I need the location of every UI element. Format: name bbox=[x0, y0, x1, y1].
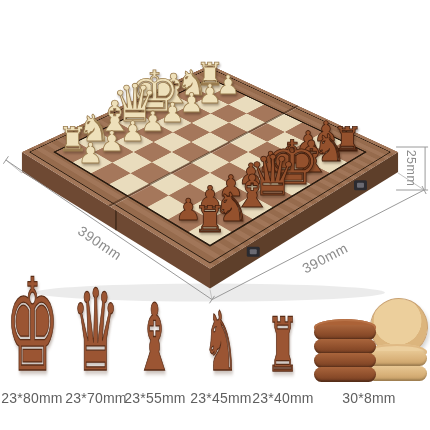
checker-disc-light bbox=[367, 351, 427, 366]
dimension-label-height: 25mm bbox=[404, 150, 418, 187]
checker-disc-dark bbox=[314, 325, 376, 340]
size-label-checkers: 30*8mm bbox=[308, 390, 430, 406]
size-item-checkers: 30*8mm bbox=[308, 258, 430, 408]
metal-latch-plate bbox=[250, 249, 257, 254]
metal-latch-plate bbox=[357, 183, 364, 188]
size-chart: ♚ 23*80mm ♛ 23*70mm ♝ 23*55mm ♞ 23*45mm … bbox=[0, 258, 430, 430]
size-item-king: ♚ 23*80mm bbox=[0, 258, 68, 372]
size-label-king: 23*80mm bbox=[0, 390, 68, 406]
king-glyph: ♚ bbox=[5, 262, 59, 390]
size-item-bishop: ♝ 23*55mm bbox=[119, 258, 191, 372]
bishop-glyph: ♝ bbox=[135, 292, 174, 385]
checker-disc-dark bbox=[314, 339, 376, 354]
product-photo-chess-set: ♜♞♝♛♚♝♞♜♟♟♟♟♟♟♟♟♟♟♟♟♟♟♟♟♜♞♝♛♚♝♞♜ 390mm 3… bbox=[0, 0, 430, 430]
checker-disc-dark bbox=[314, 353, 376, 368]
checker-disc-dark bbox=[314, 367, 376, 382]
checker-disc-light bbox=[367, 366, 427, 381]
rook-glyph: ♜ bbox=[267, 308, 299, 383]
knight-glyph: ♞ bbox=[204, 301, 239, 383]
queen-glyph: ♛ bbox=[72, 275, 120, 388]
size-label-bishop: 23*55mm bbox=[119, 390, 191, 406]
